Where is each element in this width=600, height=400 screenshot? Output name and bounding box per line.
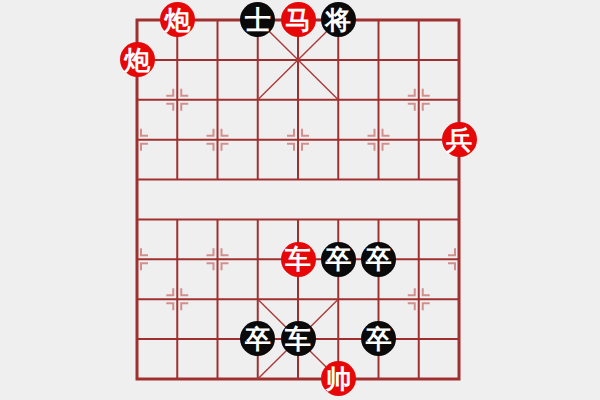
piece-black-soldier[interactable]: 卒 (321, 242, 356, 277)
piece-red-chariot[interactable]: 车 (281, 242, 316, 277)
piece-glyph: 炮 (164, 7, 190, 33)
piece-glyph: 卒 (245, 326, 271, 352)
piece-glyph: 将 (325, 7, 351, 33)
piece-glyph: 兵 (446, 127, 472, 153)
piece-black-general[interactable]: 将 (321, 2, 356, 37)
piece-black-soldier[interactable]: 卒 (240, 321, 275, 356)
piece-red-soldier[interactable]: 兵 (442, 122, 477, 157)
piece-black-chariot[interactable]: 车 (281, 321, 316, 356)
xiangqi-board[interactable]: 炮士马将炮兵车卒卒卒车卒帅 (0, 0, 600, 400)
piece-black-soldier[interactable]: 卒 (361, 321, 396, 356)
piece-glyph: 车 (285, 246, 311, 272)
piece-layer[interactable]: 炮士马将炮兵车卒卒卒车卒帅 (117, 0, 479, 399)
piece-red-cannon[interactable]: 炮 (120, 42, 155, 77)
piece-glyph: 炮 (124, 47, 150, 73)
piece-glyph: 帅 (325, 366, 351, 392)
piece-glyph: 马 (285, 7, 311, 33)
piece-glyph: 车 (285, 326, 311, 352)
piece-glyph: 卒 (325, 246, 351, 272)
piece-black-soldier[interactable]: 卒 (361, 242, 396, 277)
piece-red-general[interactable]: 帅 (321, 361, 356, 396)
piece-glyph: 士 (245, 7, 271, 33)
piece-red-cannon[interactable]: 炮 (160, 2, 195, 37)
piece-red-horse[interactable]: 马 (281, 2, 316, 37)
piece-glyph: 卒 (366, 326, 392, 352)
piece-glyph: 卒 (366, 246, 392, 272)
piece-black-advisor[interactable]: 士 (240, 2, 275, 37)
